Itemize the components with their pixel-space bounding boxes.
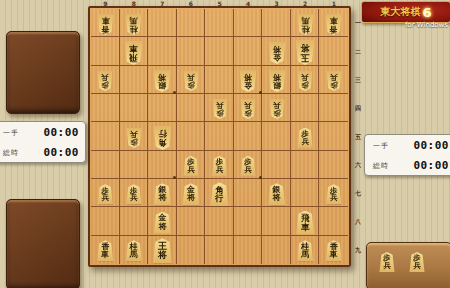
file-label-2: 2 (295, 0, 315, 7)
hand-piece-pawn[interactable]: 歩兵 (379, 252, 395, 272)
gote-clock-panel: 一手00:00 総時00:00 (0, 121, 86, 163)
piece-4f[interactable]: 歩兵 (240, 156, 256, 176)
hoshi-dot (259, 176, 262, 179)
app-logo: 東大将棋 6 (361, 1, 450, 23)
piece-9g[interactable]: 歩兵 (97, 184, 113, 204)
board-square[interactable] (120, 94, 149, 122)
sente-move-time: 00:00 (413, 139, 449, 152)
board-square[interactable] (205, 207, 234, 235)
rank-label-8: 八 (353, 218, 363, 227)
piece-2e[interactable]: 歩兵 (297, 128, 313, 148)
hoshi-dot (259, 91, 262, 94)
hoshi-dot (173, 176, 176, 179)
sente-clock-panel: 一手00:00 総時00:00 (364, 134, 450, 176)
board-square[interactable] (148, 37, 177, 65)
gote-move-time: 00:00 (43, 126, 79, 139)
board-square[interactable] (319, 94, 348, 122)
file-label-8: 8 (124, 0, 144, 7)
board-square[interactable] (262, 9, 291, 37)
board-square[interactable] (205, 66, 234, 94)
board-square[interactable] (319, 207, 348, 235)
board-square[interactable] (177, 236, 206, 264)
piece-3g[interactable]: 銀将 (268, 183, 286, 205)
board-square[interactable] (91, 151, 120, 179)
gote-piece-box (6, 31, 80, 114)
board-square[interactable] (120, 207, 149, 235)
file-label-7: 7 (152, 0, 172, 7)
board-square[interactable] (291, 151, 320, 179)
board-square[interactable] (91, 37, 120, 65)
board-square[interactable] (177, 37, 206, 65)
board-square[interactable] (234, 236, 263, 264)
board-square[interactable] (262, 207, 291, 235)
board-square[interactable] (319, 37, 348, 65)
sente-total-label: 総時 (373, 161, 389, 171)
hand-piece-pawn[interactable]: 歩兵 (409, 252, 425, 272)
sente-total-time: 00:00 (413, 159, 449, 172)
piece-7g[interactable]: 銀将 (153, 183, 171, 205)
board-square[interactable] (120, 66, 149, 94)
rank-label-7: 七 (353, 189, 363, 198)
rank-label-3: 三 (353, 76, 363, 85)
sente-move-label: 一手 (373, 141, 389, 151)
board-square[interactable] (234, 207, 263, 235)
piece-1g[interactable]: 歩兵 (326, 184, 342, 204)
board-square[interactable] (205, 236, 234, 264)
file-label-5: 5 (210, 0, 230, 7)
board-square[interactable] (205, 122, 234, 150)
board-square[interactable] (205, 9, 234, 37)
board-square[interactable] (262, 122, 291, 150)
piece-9i[interactable]: 香車 (97, 240, 114, 261)
piece-1i[interactable]: 香車 (325, 240, 342, 261)
gote-move-label: 一手 (3, 128, 19, 138)
file-label-6: 6 (181, 0, 201, 7)
rank-label-2: 二 (353, 48, 363, 57)
piece-2i[interactable]: 桂馬 (297, 240, 314, 261)
piece-6f[interactable]: 歩兵 (183, 156, 199, 176)
board-square[interactable] (177, 94, 206, 122)
board-square[interactable] (234, 179, 263, 207)
rank-label-5: 五 (353, 133, 363, 142)
board-square[interactable] (262, 236, 291, 264)
board-square[interactable] (148, 9, 177, 37)
board-square[interactable] (291, 94, 320, 122)
board-square[interactable] (234, 122, 263, 150)
board-square[interactable] (91, 94, 120, 122)
file-label-1: 1 (324, 0, 344, 7)
piece-7i[interactable]: 王将 (152, 238, 172, 263)
board-square[interactable] (262, 151, 291, 179)
board-square[interactable] (234, 9, 263, 37)
board-square[interactable] (120, 151, 149, 179)
piece-6g[interactable]: 金将 (182, 183, 200, 205)
board-square[interactable] (148, 151, 177, 179)
sente-hand-stand[interactable]: 歩兵歩兵 (366, 242, 450, 288)
board-square[interactable] (91, 207, 120, 235)
app-logo-subtitle: for Windows (366, 21, 448, 29)
rank-label-4: 四 (353, 104, 363, 113)
board-square[interactable] (319, 151, 348, 179)
file-label-9: 9 (95, 0, 115, 7)
gote-total-time: 00:00 (43, 146, 79, 159)
sente-piece-box (6, 199, 80, 288)
gote-total-label: 総時 (3, 148, 19, 158)
board-square[interactable] (291, 179, 320, 207)
file-label-3: 3 (267, 0, 287, 7)
piece-5g[interactable]: 角行 (210, 182, 229, 206)
app-logo-title: 東大将棋 (380, 5, 420, 19)
board-square[interactable] (205, 37, 234, 65)
board-square[interactable] (177, 9, 206, 37)
piece-2h[interactable]: 飛車 (296, 211, 315, 235)
app-logo-version: 6 (422, 5, 431, 20)
board-square[interactable] (177, 122, 206, 150)
piece-8i[interactable]: 桂馬 (125, 240, 142, 261)
board-square[interactable] (234, 37, 263, 65)
piece-7h[interactable]: 金将 (153, 212, 171, 234)
board-square[interactable] (177, 207, 206, 235)
piece-5f[interactable]: 歩兵 (212, 156, 228, 176)
board-square[interactable] (148, 94, 177, 122)
rank-label-9: 九 (353, 246, 363, 255)
piece-8g[interactable]: 歩兵 (126, 184, 142, 204)
rank-label-6: 六 (353, 161, 363, 170)
board-square[interactable] (91, 122, 120, 150)
hoshi-dot (173, 91, 176, 94)
board-square[interactable] (319, 122, 348, 150)
file-label-4: 4 (238, 0, 258, 7)
